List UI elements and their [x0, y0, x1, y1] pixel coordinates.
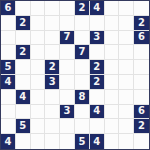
empty-cell[interactable]	[1, 105, 16, 120]
empty-cell[interactable]	[16, 1, 31, 16]
empty-cell[interactable]	[16, 75, 31, 90]
clue-cell: 2	[90, 60, 105, 75]
clue-cell: 5	[75, 134, 90, 149]
empty-cell[interactable]	[60, 90, 75, 105]
empty-cell[interactable]	[45, 119, 60, 134]
empty-cell[interactable]	[119, 45, 134, 60]
empty-cell[interactable]	[75, 75, 90, 90]
empty-cell[interactable]	[75, 119, 90, 134]
empty-cell[interactable]	[119, 105, 134, 120]
empty-cell[interactable]	[119, 90, 134, 105]
clue-cell: 5	[1, 60, 16, 75]
clue-cell: 2	[90, 75, 105, 90]
clue-cell: 3	[60, 105, 75, 120]
empty-cell[interactable]	[16, 60, 31, 75]
empty-cell[interactable]	[16, 134, 31, 149]
empty-cell[interactable]	[31, 105, 46, 120]
clue-cell: 4	[90, 1, 105, 16]
empty-cell[interactable]	[45, 105, 60, 120]
empty-cell[interactable]	[105, 1, 120, 16]
empty-cell[interactable]	[16, 105, 31, 120]
empty-cell[interactable]	[60, 16, 75, 31]
empty-cell[interactable]	[31, 45, 46, 60]
clue-cell: 2	[134, 16, 149, 31]
empty-cell[interactable]	[90, 119, 105, 134]
empty-cell[interactable]	[1, 45, 16, 60]
empty-cell[interactable]	[1, 119, 16, 134]
empty-cell[interactable]	[75, 16, 90, 31]
empty-cell[interactable]	[45, 45, 60, 60]
empty-cell[interactable]	[75, 31, 90, 46]
empty-cell[interactable]	[75, 60, 90, 75]
empty-cell[interactable]	[134, 134, 149, 149]
empty-cell[interactable]	[105, 134, 120, 149]
empty-cell[interactable]	[31, 119, 46, 134]
empty-cell[interactable]	[31, 60, 46, 75]
empty-cell[interactable]	[90, 45, 105, 60]
empty-cell[interactable]	[16, 31, 31, 46]
clue-cell: 4	[1, 134, 16, 149]
empty-cell[interactable]	[134, 75, 149, 90]
clue-cell: 4	[90, 134, 105, 149]
clue-cell: 4	[90, 105, 105, 120]
minesweeper-board: 62422736275224324834652454	[0, 0, 150, 150]
clue-cell: 6	[1, 1, 16, 16]
empty-cell[interactable]	[1, 16, 16, 31]
clue-cell: 2	[16, 16, 31, 31]
empty-cell[interactable]	[1, 90, 16, 105]
clue-cell: 4	[1, 75, 16, 90]
empty-cell[interactable]	[119, 119, 134, 134]
empty-cell[interactable]	[45, 31, 60, 46]
empty-cell[interactable]	[119, 75, 134, 90]
empty-cell[interactable]	[90, 16, 105, 31]
empty-cell[interactable]	[45, 90, 60, 105]
clue-cell: 7	[60, 31, 75, 46]
empty-cell[interactable]	[105, 75, 120, 90]
clue-cell: 2	[45, 60, 60, 75]
empty-cell[interactable]	[119, 31, 134, 46]
clue-cell: 2	[75, 1, 90, 16]
empty-cell[interactable]	[105, 31, 120, 46]
empty-cell[interactable]	[105, 45, 120, 60]
clue-cell: 5	[16, 119, 31, 134]
empty-cell[interactable]	[45, 16, 60, 31]
empty-cell[interactable]	[134, 60, 149, 75]
empty-cell[interactable]	[75, 105, 90, 120]
empty-cell[interactable]	[105, 90, 120, 105]
empty-cell[interactable]	[45, 1, 60, 16]
empty-cell[interactable]	[31, 75, 46, 90]
empty-cell[interactable]	[31, 16, 46, 31]
clue-cell: 6	[134, 31, 149, 46]
clue-cell: 4	[16, 90, 31, 105]
clue-cell: 6	[134, 105, 149, 120]
clue-cell: 2	[16, 45, 31, 60]
empty-cell[interactable]	[119, 16, 134, 31]
empty-cell[interactable]	[119, 134, 134, 149]
clue-cell: 3	[45, 75, 60, 90]
clue-cell: 8	[75, 90, 90, 105]
clue-cell: 7	[75, 45, 90, 60]
empty-cell[interactable]	[60, 60, 75, 75]
empty-cell[interactable]	[60, 119, 75, 134]
empty-cell[interactable]	[31, 1, 46, 16]
empty-cell[interactable]	[119, 1, 134, 16]
empty-cell[interactable]	[31, 134, 46, 149]
empty-cell[interactable]	[105, 60, 120, 75]
empty-cell[interactable]	[105, 119, 120, 134]
empty-cell[interactable]	[119, 60, 134, 75]
empty-cell[interactable]	[60, 1, 75, 16]
empty-cell[interactable]	[60, 134, 75, 149]
empty-cell[interactable]	[105, 16, 120, 31]
empty-cell[interactable]	[31, 90, 46, 105]
clue-cell: 3	[90, 31, 105, 46]
empty-cell[interactable]	[1, 31, 16, 46]
clue-cell: 2	[134, 119, 149, 134]
empty-cell[interactable]	[134, 90, 149, 105]
empty-cell[interactable]	[134, 45, 149, 60]
empty-cell[interactable]	[60, 45, 75, 60]
empty-cell[interactable]	[134, 1, 149, 16]
empty-cell[interactable]	[105, 105, 120, 120]
empty-cell[interactable]	[31, 31, 46, 46]
empty-cell[interactable]	[90, 90, 105, 105]
empty-cell[interactable]	[60, 75, 75, 90]
empty-cell[interactable]	[45, 134, 60, 149]
